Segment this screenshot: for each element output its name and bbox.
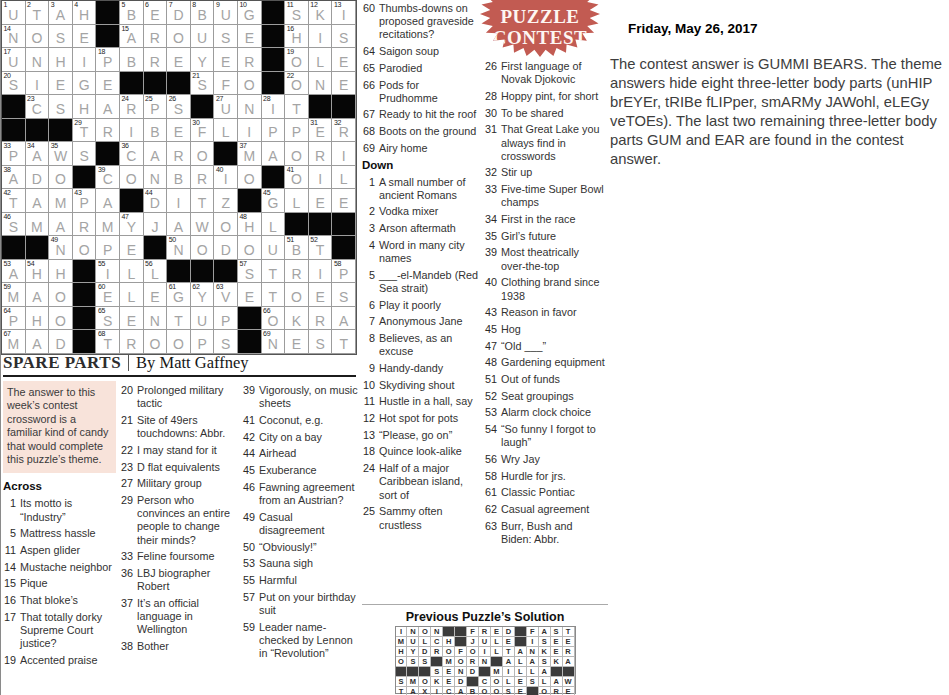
prev-grid-cell: N	[431, 627, 443, 637]
cell-number: 18	[98, 48, 105, 56]
contest-badge-line2: CONTEST	[493, 27, 587, 48]
cell-number: 9	[216, 1, 220, 9]
cell-letter: L	[340, 166, 348, 187]
cell-number: 63	[216, 283, 223, 291]
clue-text: Hoppy pint, for short	[501, 90, 605, 103]
clue-section-header: Across	[3, 480, 116, 493]
grid-cell: R	[120, 330, 144, 354]
black-cell	[262, 166, 286, 190]
cell-letter: U	[268, 237, 278, 258]
prev-grid-cell: H	[443, 637, 455, 647]
grid-cell: A	[262, 142, 286, 166]
prev-grid-cell: E	[515, 677, 527, 687]
cell-letter: E	[79, 25, 88, 46]
clue-text: Most theatrically over-the-top	[501, 246, 605, 272]
prev-grid-cell: T	[396, 687, 408, 695]
clue-text: Handy-dandy	[379, 362, 481, 375]
clue-text: Feline foursome	[137, 550, 238, 563]
cell-number: 64	[4, 307, 11, 315]
cell-number: 58	[334, 260, 341, 268]
clue-number: 10	[362, 379, 379, 392]
clue-text: Vigorously, on music sheets	[259, 384, 359, 410]
prev-grid-cell: L	[539, 677, 551, 687]
grid-cell: 21S	[191, 72, 215, 96]
cell-number: 35	[51, 142, 58, 150]
grid-cell: 13I	[332, 1, 356, 25]
grid-cell: 7D	[167, 1, 191, 25]
previous-solution-rule	[362, 604, 608, 605]
prev-grid-cell: S	[527, 677, 539, 687]
clue-number: 53	[484, 406, 501, 419]
cell-letter: A	[56, 2, 65, 23]
cell-letter: I	[318, 261, 322, 282]
clue-item: 5___-el-Mandeb (Red Sea strait)	[362, 269, 481, 295]
black-cell	[120, 72, 144, 96]
clue-text: “Obviously!”	[259, 541, 359, 554]
prev-grid-cell: L	[491, 637, 503, 647]
cell-number: 57	[240, 260, 247, 268]
cell-number: 31	[310, 119, 317, 127]
grid-cell: 5B	[120, 1, 144, 25]
grid-cell: 66O	[262, 307, 286, 331]
clue-number: 17	[3, 611, 20, 651]
grid-cell: 63V	[214, 283, 238, 307]
cell-letter: S	[56, 96, 65, 117]
black-cell	[73, 283, 97, 307]
cell-number: 14	[4, 25, 11, 33]
prev-grid-cell: N	[455, 667, 467, 677]
grid-cell: 2T	[26, 1, 50, 25]
prev-black-cell	[515, 627, 527, 637]
cell-letter: O	[55, 284, 66, 305]
prev-grid-cell: E	[443, 677, 455, 687]
grid-cell: L	[120, 283, 144, 307]
grid-cell: 41O	[285, 166, 309, 190]
clue-item: 66Pods for Prudhomme	[362, 79, 481, 105]
grid-cell: I	[167, 189, 191, 213]
prev-grid-cell: R	[431, 647, 443, 657]
cell-letter: D	[55, 331, 65, 352]
grid-cell: 19O	[285, 48, 309, 72]
clue-number: 62	[484, 503, 501, 516]
grid-cell: D	[214, 236, 238, 260]
cell-letter: O	[79, 237, 90, 258]
cell-number: 24	[122, 95, 129, 103]
clue-number: 7	[362, 315, 379, 328]
clue-number: 23	[120, 461, 137, 474]
clue-text: Believes, as an excuse	[379, 332, 481, 358]
grid-cell: P	[262, 119, 286, 143]
cell-letter: A	[32, 284, 41, 305]
prev-grid-cell: O	[539, 687, 551, 695]
cell-letter: R	[197, 166, 207, 187]
grid-cell: E	[73, 25, 97, 49]
grid-cell: O	[49, 166, 73, 190]
grid-cell: I	[309, 260, 333, 284]
clue-number: 63	[484, 520, 501, 546]
grid-cell: T	[285, 95, 309, 119]
clue-number: 16	[3, 594, 20, 607]
black-cell	[238, 307, 262, 331]
grid-cell: S	[214, 25, 238, 49]
grid-cell: E	[49, 72, 73, 96]
grid-cell: O	[191, 236, 215, 260]
cell-letter: I	[224, 166, 228, 187]
prev-grid-cell: K	[431, 677, 443, 687]
grid-cell: 16H	[285, 25, 309, 49]
grid-cell: 27U	[214, 95, 238, 119]
grid-cell: R	[144, 25, 168, 49]
clue-text: Arson aftermath	[379, 222, 481, 235]
grid-cell: 23C	[26, 95, 50, 119]
clue-text: Accented praise	[20, 654, 116, 667]
cell-letter: R	[315, 308, 325, 329]
cell-number: 33	[4, 142, 11, 150]
prev-black-cell	[479, 667, 491, 677]
prev-black-cell	[551, 667, 563, 677]
cell-number: 7	[169, 1, 173, 9]
clue-text: Skydiving shout	[379, 379, 481, 392]
clue-item: 33Five-time Super Bowl champs	[484, 183, 605, 209]
clue-text: Quince look-alike	[379, 445, 481, 458]
clue-number: 20	[120, 384, 137, 410]
prev-black-cell	[443, 627, 455, 637]
grid-cell: H	[73, 95, 97, 119]
cell-number: 67	[4, 330, 11, 338]
grid-cell: 34A	[26, 142, 50, 166]
clue-text: Bother	[137, 640, 238, 653]
grid-cell: S	[49, 95, 73, 119]
cell-letter: E	[315, 284, 324, 305]
cell-letter: U	[8, 2, 18, 23]
cell-letter: O	[55, 308, 66, 329]
clue-item: 30To be shared	[484, 107, 605, 120]
clue-text: Girl’s future	[501, 230, 605, 243]
clue-number: 44	[242, 447, 259, 460]
clue-number: 5	[3, 527, 20, 540]
grid-cell: L	[262, 213, 286, 237]
black-cell	[191, 95, 215, 119]
cell-letter: B	[174, 166, 183, 187]
grid-cell: 8B	[191, 1, 215, 25]
prev-grid-cell: L	[491, 647, 503, 657]
grid-cell: 48H	[238, 213, 262, 237]
clue-text: Seat groupings	[501, 390, 605, 403]
grid-cell: K	[285, 307, 309, 331]
grid-cell: 55I	[96, 260, 120, 284]
clue-text: I may stand for it	[137, 444, 238, 457]
clue-number: 9	[362, 362, 379, 375]
black-cell	[214, 142, 238, 166]
black-cell	[309, 95, 333, 119]
prev-grid-cell: L	[515, 657, 527, 667]
prev-grid-cell: S	[539, 637, 551, 647]
black-cell	[144, 236, 168, 260]
cell-letter: E	[127, 237, 136, 258]
black-cell	[96, 1, 120, 25]
prev-grid-cell: E	[563, 687, 575, 695]
cell-letter: M	[31, 214, 43, 235]
clue-item: 20Prolonged military tactic	[120, 384, 238, 410]
cell-letter: S	[79, 143, 88, 164]
grid-cell: O	[238, 236, 262, 260]
grid-cell: L	[285, 189, 309, 213]
cell-letter: B	[127, 49, 136, 70]
cell-letter: O	[173, 331, 184, 352]
clue-item: 16That bloke’s	[3, 594, 116, 607]
clue-item: 67Ready to hit the roof	[362, 108, 481, 121]
grid-cell: 32R	[332, 119, 356, 143]
clue-number: 50	[242, 541, 259, 554]
grid-cell: 29T	[73, 119, 97, 143]
clue-text: Sauna sigh	[259, 557, 359, 570]
grid-cell: 36C	[120, 142, 144, 166]
grid-cell: 50N	[167, 236, 191, 260]
cell-number: 27	[216, 95, 223, 103]
prev-grid-cell: F	[527, 627, 539, 637]
clue-text: Wry Jay	[501, 453, 605, 466]
black-cell	[96, 142, 120, 166]
cell-letter: I	[247, 119, 251, 140]
grid-cell: O	[238, 166, 262, 190]
black-cell	[332, 213, 356, 237]
clue-item: 23D flat equivalents	[120, 461, 238, 474]
grid-cell: S	[214, 330, 238, 354]
clue-item: 19Accented praise	[3, 654, 116, 667]
clue-text: Hurdle for jrs.	[501, 470, 605, 483]
cell-letter: H	[32, 308, 42, 329]
grid-cell: O	[49, 307, 73, 331]
prev-grid-cell: C	[443, 687, 455, 695]
cell-letter: P	[221, 308, 230, 329]
prev-black-cell	[467, 677, 479, 687]
grid-cell: T	[167, 307, 191, 331]
prev-black-cell	[431, 657, 443, 667]
grid-cell: 53A	[2, 260, 26, 284]
grid-cell: 47Y	[120, 213, 144, 237]
clue-text: Five-time Super Bowl champs	[501, 183, 605, 209]
clue-text: Coconut, e.g.	[259, 414, 359, 427]
grid-cell: 14N	[2, 25, 26, 49]
clue-text: “Old ___”	[501, 340, 605, 353]
grid-cell: 64P	[2, 307, 26, 331]
clue-item: 13“Please, go on”	[362, 429, 481, 442]
cell-number: 17	[4, 48, 11, 56]
grid-cell: B	[167, 166, 191, 190]
prev-grid-cell: E	[515, 687, 527, 695]
clue-text: Stir up	[501, 166, 605, 179]
cell-letter: I	[271, 96, 275, 117]
cell-number: 66	[263, 307, 270, 315]
clue-text: Half of a major Caribbean island, sort o…	[379, 462, 481, 502]
clue-item: 54“So funny I forgot to laugh”	[484, 423, 605, 449]
cell-number: 19	[287, 48, 294, 56]
grid-cell: L	[214, 119, 238, 143]
prev-grid-cell: L	[503, 677, 515, 687]
cell-letter: T	[33, 2, 42, 23]
grid-cell: Z	[214, 189, 238, 213]
grid-cell: O	[214, 213, 238, 237]
grid-cell: E	[144, 283, 168, 307]
grid-cell: 15A	[120, 25, 144, 49]
black-cell	[73, 260, 97, 284]
cell-letter: E	[339, 49, 348, 70]
prev-grid-cell: X	[419, 687, 431, 695]
grid-cell: 9U	[214, 1, 238, 25]
grid-cell: 65S	[96, 307, 120, 331]
cell-letter: D	[221, 237, 231, 258]
grid-cell: 28I	[262, 95, 286, 119]
cell-letter: N	[32, 49, 42, 70]
grid-cell: 67M	[2, 330, 26, 354]
clue-number: 18	[362, 445, 379, 458]
cell-letter: T	[198, 190, 207, 211]
prev-grid-cell: S	[419, 657, 431, 667]
grid-cell: A	[26, 330, 50, 354]
cell-number: 2	[27, 1, 31, 9]
cell-letter: E	[339, 72, 348, 93]
grid-cell: U	[262, 236, 286, 260]
black-cell	[2, 236, 26, 260]
clue-number: 3	[362, 222, 379, 235]
prev-grid-cell: A	[539, 627, 551, 637]
previous-solution-grid: INONFREDFASTMULCHJULEISEEHYDROFOILTANKER…	[395, 626, 576, 694]
cell-letter: E	[103, 72, 112, 93]
clue-item: 63Burr, Bush and Biden: Abbr.	[484, 520, 605, 546]
cell-number: 26	[169, 95, 176, 103]
cell-number: 44	[145, 189, 152, 197]
cell-number: 25	[145, 95, 152, 103]
clue-text: Ready to hit the roof	[379, 108, 481, 121]
clue-number: 64	[362, 45, 379, 58]
clue-column-3: 39Vigorously, on music sheets41Coconut, …	[242, 384, 359, 664]
black-cell	[167, 260, 191, 284]
grid-cell: 24R	[120, 95, 144, 119]
cell-letter: D	[32, 166, 42, 187]
cell-letter: A	[103, 96, 112, 117]
prev-grid-cell: A	[563, 657, 575, 667]
cell-letter: O	[149, 331, 160, 352]
grid-cell: I	[73, 48, 97, 72]
clue-number: 40	[484, 276, 501, 302]
clue-number: 45	[242, 464, 259, 477]
cell-letter: O	[55, 166, 66, 187]
clue-item: 36LBJ biographer Robert	[120, 567, 238, 593]
contest-badge-line1: PUZZLE	[500, 6, 579, 27]
grid-cell: I	[238, 119, 262, 143]
grid-cell: E	[309, 189, 333, 213]
clue-item: 53Alarm clock choice	[484, 406, 605, 419]
clue-number: 38	[120, 640, 137, 653]
clue-number: 31	[484, 123, 501, 163]
cell-letter: J	[151, 214, 158, 235]
grid-cell: R	[73, 213, 97, 237]
cell-letter: S	[339, 284, 348, 305]
clue-number: 46	[242, 481, 259, 507]
grid-cell: B	[144, 119, 168, 143]
clue-item: 1Its motto is “Industry”	[3, 497, 116, 523]
grid-cell: O	[191, 142, 215, 166]
clue-item: 62Casual agreement	[484, 503, 605, 516]
clue-number: 29	[120, 494, 137, 547]
grid-cell: W	[191, 213, 215, 237]
clue-text: Play it poorly	[379, 299, 481, 312]
clue-text: Site of 49ers touchdowns: Abbr.	[137, 414, 238, 440]
cell-letter: L	[269, 214, 277, 235]
prev-grid-cell: A	[551, 677, 563, 687]
cell-letter: E	[315, 190, 324, 211]
prev-black-cell	[527, 687, 539, 695]
title-divider	[128, 354, 129, 371]
clue-text: Exuberance	[259, 464, 359, 477]
black-cell	[167, 72, 191, 96]
clue-number: 67	[362, 108, 379, 121]
grid-cell: S	[332, 283, 356, 307]
clue-item: 2Vodka mixer	[362, 205, 481, 218]
cell-letter: P	[268, 119, 277, 140]
prev-grid-cell: A	[527, 657, 539, 667]
grid-cell: A	[332, 307, 356, 331]
clue-text: That totally dorky Supreme Court justice…	[20, 611, 116, 651]
prev-grid-cell: K	[551, 657, 563, 667]
clue-number: 54	[484, 423, 501, 449]
grid-cell: 18P	[96, 48, 120, 72]
grid-cell: T	[332, 330, 356, 354]
clue-item: 48Gardening equipment	[484, 356, 605, 369]
cell-number: 61	[169, 283, 176, 291]
clue-number: 60	[362, 2, 379, 42]
grid-cell: 35W	[49, 142, 73, 166]
cell-number: 34	[27, 142, 34, 150]
clue-text: Clothing brand since 1938	[501, 276, 605, 302]
prev-grid-cell: E	[551, 637, 563, 647]
clue-text: Hustle in a hall, say	[379, 395, 481, 408]
cell-letter: A	[150, 143, 159, 164]
cell-letter: R	[150, 25, 160, 46]
clue-number: 49	[242, 511, 259, 537]
clue-text: Vodka mixer	[379, 205, 481, 218]
clue-text: LBJ biographer Robert	[137, 567, 238, 593]
prev-grid-cell: K	[539, 647, 551, 657]
clue-item: 64Saigon soup	[362, 45, 481, 58]
grid-cell: 51B	[285, 236, 309, 260]
prev-grid-cell: O	[455, 657, 467, 667]
clue-text: First language of Novak Djokovic	[501, 60, 605, 86]
grid-cell: 33P	[2, 142, 26, 166]
grid-cell: R	[238, 48, 262, 72]
cell-number: 40	[216, 166, 223, 174]
cell-letter: E	[174, 119, 183, 140]
prev-grid-cell: T	[503, 647, 515, 657]
grid-cell: A	[144, 142, 168, 166]
cell-letter: F	[221, 72, 230, 93]
clue-text: Sammy often crustless	[379, 505, 481, 531]
black-cell	[262, 72, 286, 96]
cell-letter: A	[268, 143, 277, 164]
clue-number: 24	[362, 462, 379, 502]
prev-black-cell	[396, 667, 408, 677]
cell-letter: H	[55, 49, 65, 70]
cell-letter: N	[150, 308, 160, 329]
cell-number: 22	[287, 72, 294, 80]
cell-letter: B	[150, 119, 159, 140]
cell-number: 38	[4, 166, 11, 174]
cell-letter: E	[56, 72, 65, 93]
cell-number: 49	[51, 236, 58, 244]
cell-number: 37	[240, 142, 247, 150]
black-cell	[73, 330, 97, 354]
grid-cell: O	[167, 330, 191, 354]
